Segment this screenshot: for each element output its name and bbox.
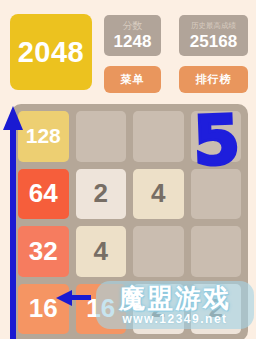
score-label: 分数	[104, 20, 161, 32]
score-box: 分数 1248	[104, 15, 161, 56]
tile-2: 2	[133, 284, 184, 335]
game-board[interactable]: 1286424324161622	[11, 104, 248, 339]
2048-app: 2048 分数 1248 历史最高成绩 25168 菜单 排行榜 1286424…	[0, 0, 256, 339]
tile-128: 128	[18, 111, 69, 162]
best-score-box: 历史最高成绩 25168	[179, 15, 248, 56]
logo-2048: 2048	[10, 14, 92, 90]
tile-16: 16	[18, 284, 69, 335]
leaderboard-button[interactable]: 排行榜	[179, 66, 248, 93]
empty-cell	[76, 111, 127, 162]
score-value: 1248	[104, 32, 161, 51]
best-score-value: 25168	[179, 32, 248, 51]
menu-button[interactable]: 菜单	[104, 66, 161, 93]
tile-16: 16	[76, 284, 127, 335]
tile-2: 2	[191, 284, 242, 335]
empty-cell	[133, 111, 184, 162]
tile-4: 4	[76, 226, 127, 277]
tile-4: 4	[133, 169, 184, 220]
empty-cell	[133, 226, 184, 277]
empty-cell	[191, 226, 242, 277]
empty-cell	[191, 169, 242, 220]
tile-32: 32	[18, 226, 69, 277]
empty-cell	[191, 111, 242, 162]
tile-2: 2	[76, 169, 127, 220]
best-score-label: 历史最高成绩	[179, 20, 248, 32]
tile-64: 64	[18, 169, 69, 220]
